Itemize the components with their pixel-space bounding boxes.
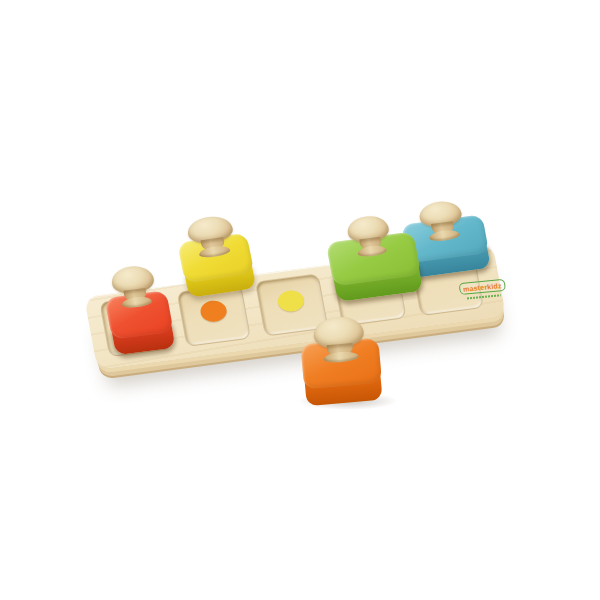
- piece-green-block[interactable]: [326, 231, 424, 302]
- wooden-knob[interactable]: [109, 264, 158, 310]
- piece-red-block[interactable]: [105, 290, 177, 355]
- wooden-knob[interactable]: [185, 214, 237, 260]
- slot-3-yellow-dot: [276, 289, 306, 313]
- wooden-knob[interactable]: [312, 315, 366, 364]
- slot-2-orange-dot: [198, 299, 228, 323]
- wooden-knob[interactable]: [345, 214, 393, 259]
- puzzle-board: masterkidz: [84, 243, 506, 370]
- brand-name: masterkidz: [458, 279, 506, 295]
- wooden-knob[interactable]: [417, 199, 466, 243]
- piece-orange-block[interactable]: [300, 338, 383, 407]
- toy-board-photo: masterkidz: [0, 0, 600, 600]
- brand-tagline: [467, 294, 501, 299]
- piece-yellow-block[interactable]: [177, 233, 257, 298]
- brand-logo: masterkidz: [455, 274, 510, 301]
